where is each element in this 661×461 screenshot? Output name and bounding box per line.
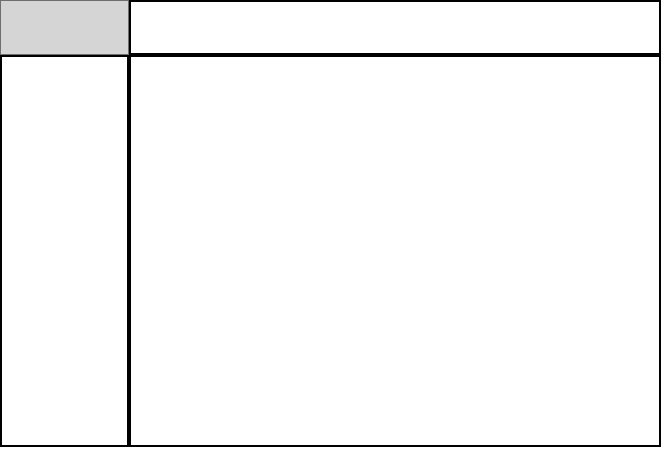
left-clues-panel — [0, 55, 129, 447]
top-clues-panel — [129, 0, 661, 55]
corner-box — [0, 0, 129, 55]
watermark — [0, 447, 661, 461]
nonogram-page — [0, 0, 661, 461]
puzzle-board — [129, 55, 661, 447]
